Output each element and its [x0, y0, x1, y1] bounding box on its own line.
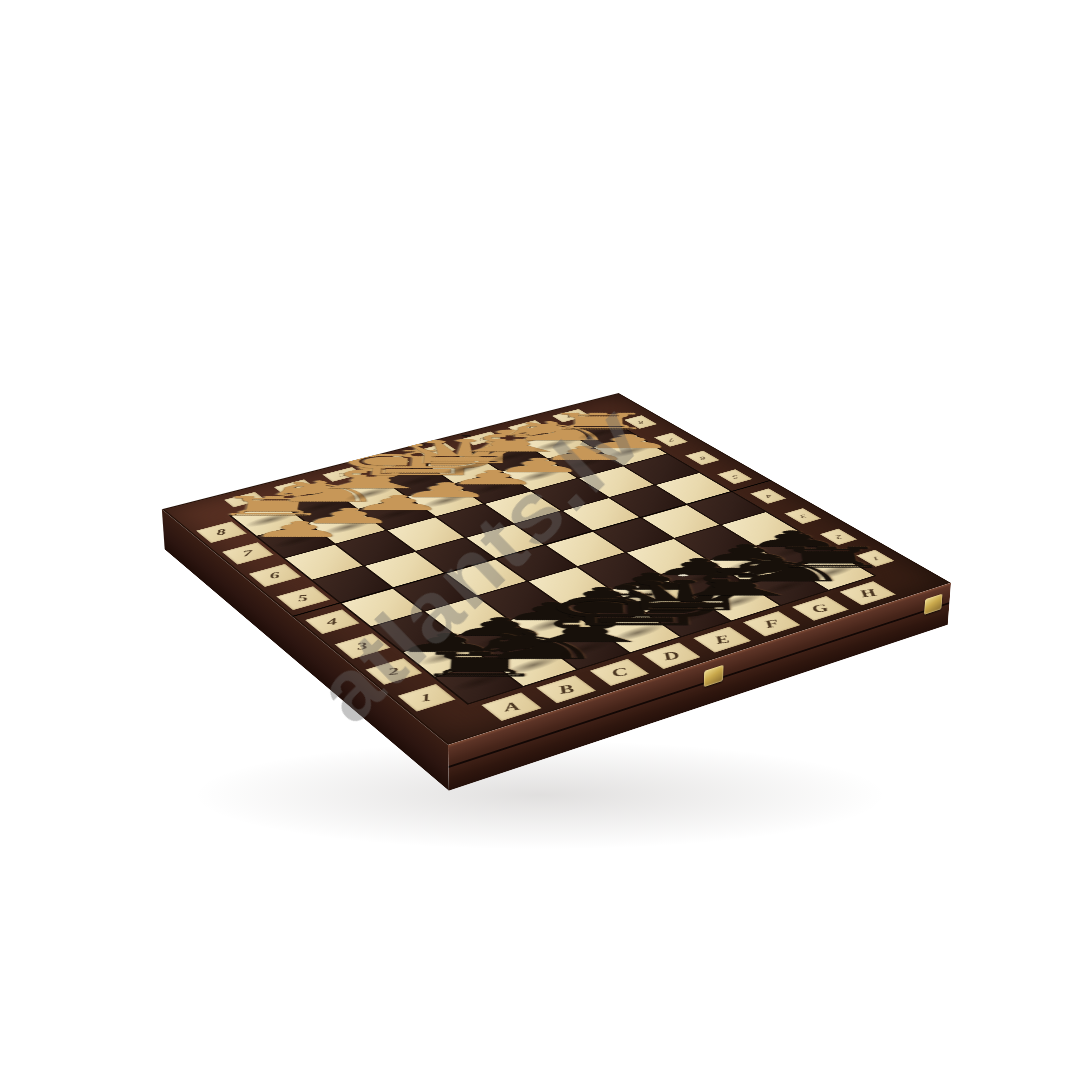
- rank-label-right-8: 8: [624, 415, 657, 429]
- square-b5: [365, 552, 443, 587]
- square-f2: [661, 561, 742, 597]
- file-label-f: F: [743, 611, 801, 636]
- square-f1: [696, 583, 778, 620]
- square-e3: [579, 553, 659, 589]
- square-a1: [436, 661, 522, 703]
- square-c1: [544, 629, 628, 669]
- rank-label-right-7: 7: [654, 433, 688, 447]
- square-b2: [457, 620, 540, 659]
- rank-label-7: 7: [222, 542, 274, 564]
- square-c3: [478, 582, 559, 619]
- file-label-h: H: [839, 581, 895, 605]
- square-b4: [395, 574, 475, 611]
- file-label-far-d: D: [370, 455, 409, 470]
- scene-3d: 1122334455667788AABBCCDDEEFFGGHH ♜♞♝♚♛♝♞…: [0, 0, 1080, 1080]
- rank-label-right-4: 4: [750, 488, 786, 503]
- square-a4: [342, 589, 423, 627]
- rank-label-1: 1: [397, 684, 455, 712]
- brass-clasp-icon: [704, 665, 724, 687]
- file-label-far-a: A: [224, 492, 265, 508]
- rank-label-right-3: 3: [784, 508, 821, 524]
- file-label-far-f: F: [463, 431, 502, 445]
- rank-label-right-2: 2: [820, 529, 857, 546]
- file-label-g: G: [792, 596, 849, 621]
- brass-clasp-icon: [924, 594, 943, 615]
- file-label-far-e: E: [417, 443, 456, 457]
- square-a3: [372, 612, 454, 651]
- square-e2: [612, 575, 693, 612]
- file-label-far-c: C: [322, 467, 362, 482]
- rank-label-8: 8: [196, 521, 247, 543]
- rank-label-right-1: 1: [856, 550, 894, 567]
- square-b1: [490, 645, 575, 686]
- square-a6: [285, 544, 363, 579]
- product-photo-stage: 1122334455667788AABBCCDDEEFFGGHH ♜♞♝♚♛♝♞…: [0, 0, 1080, 1080]
- file-label-far-b: B: [274, 479, 314, 494]
- square-c4: [447, 560, 526, 596]
- chess-board: 1122334455667788AABBCCDDEEFFGGHH ♜♞♝♚♛♝♞…: [162, 393, 951, 745]
- square-g1: [745, 569, 827, 605]
- square-d4: [497, 546, 576, 581]
- rank-label-2: 2: [366, 658, 423, 685]
- rank-label-right-6: 6: [685, 451, 720, 466]
- rank-label-4: 4: [305, 609, 360, 634]
- square-d3: [529, 567, 609, 603]
- square-g2: [710, 547, 790, 582]
- square-c2: [510, 605, 593, 644]
- square-b3: [426, 597, 508, 635]
- rank-label-right-5: 5: [717, 469, 752, 484]
- square-a5: [313, 566, 392, 602]
- rank-label-3: 3: [335, 633, 391, 659]
- square-h1: [793, 554, 874, 590]
- square-a2: [403, 636, 487, 676]
- square-d2: [562, 590, 644, 628]
- rank-label-6: 6: [249, 564, 302, 587]
- square-d1: [596, 613, 680, 652]
- file-label-far-h: H: [552, 409, 590, 422]
- square-e1: [647, 598, 730, 636]
- file-label-far-g: G: [508, 420, 546, 434]
- rank-label-5: 5: [276, 586, 330, 610]
- file-label-e: E: [693, 627, 751, 653]
